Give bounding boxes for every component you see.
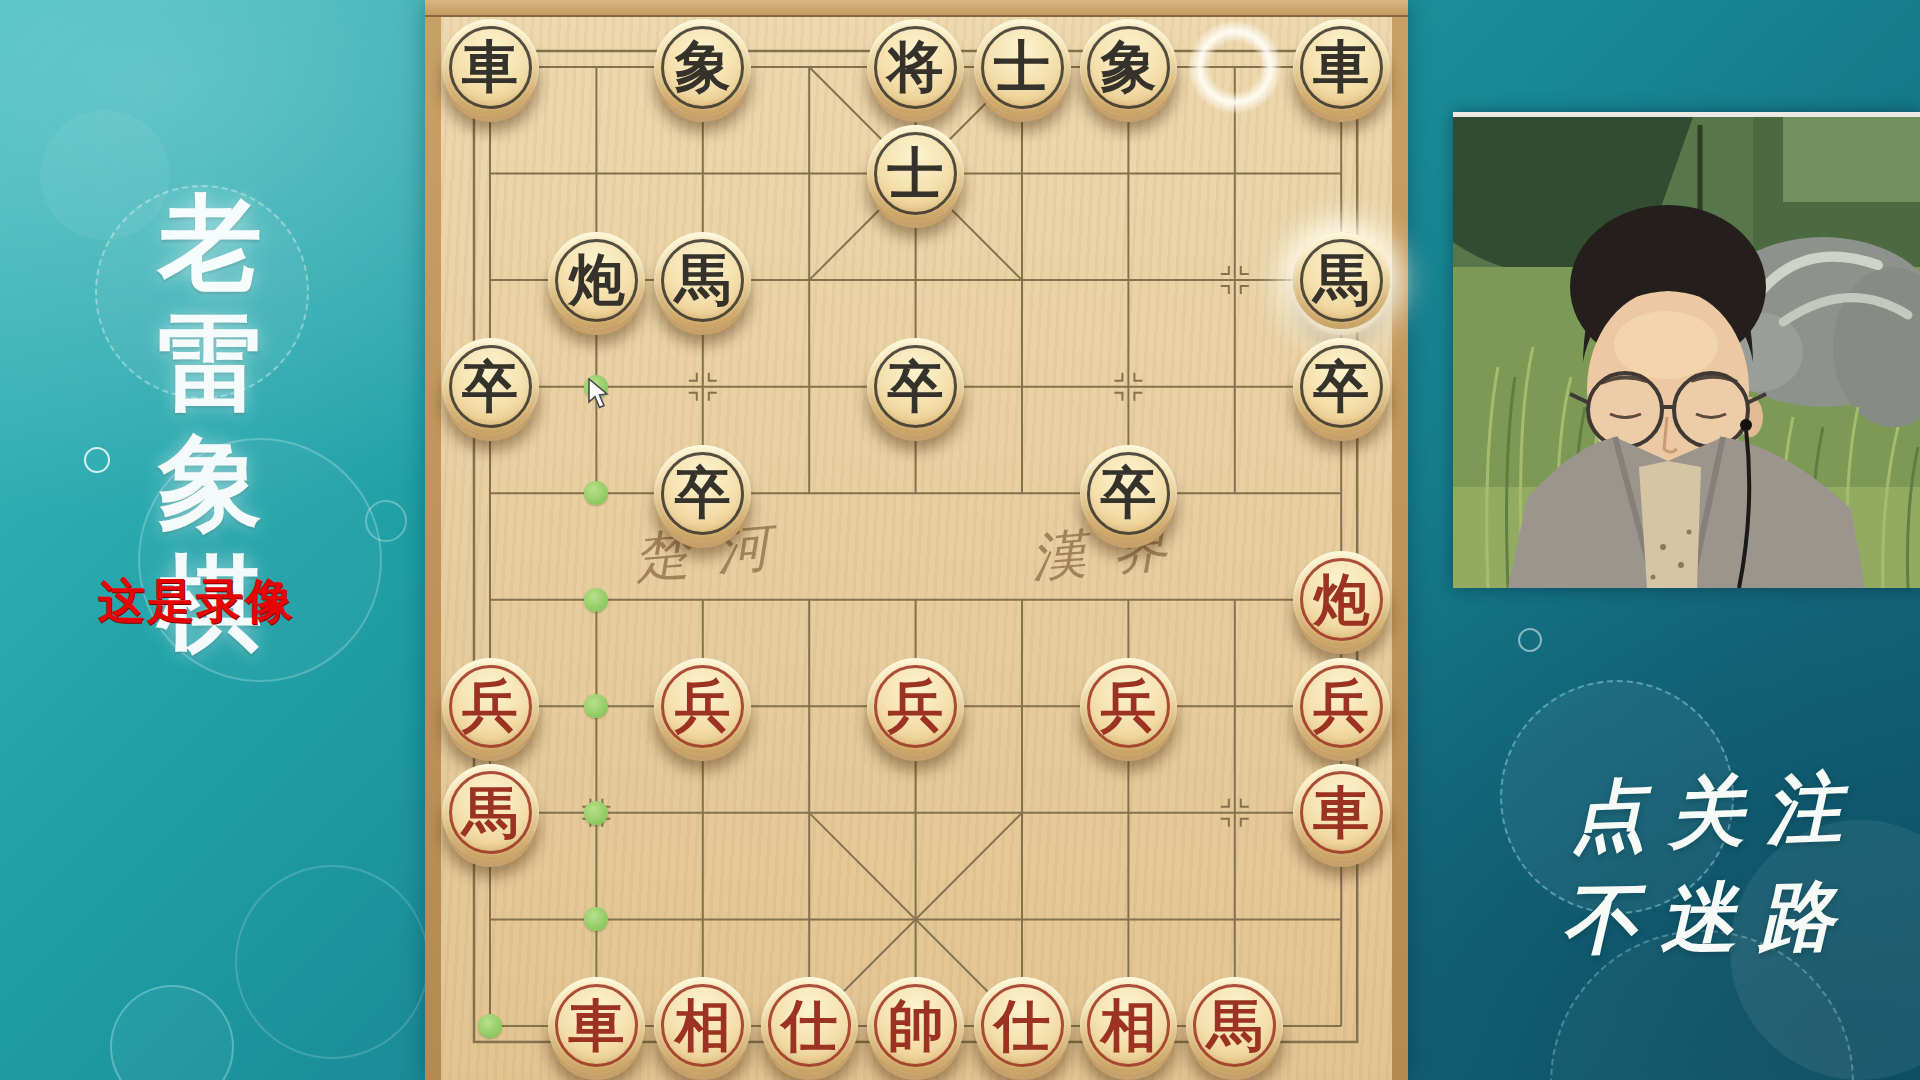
deco-circle <box>1518 628 1542 652</box>
deco-circle <box>365 500 407 542</box>
deco-circle <box>110 985 234 1080</box>
river-text-right: 漢界 <box>1030 508 1205 595</box>
slogan-line1: 点关注 <box>1568 757 1865 870</box>
deco-circle <box>235 865 429 1059</box>
channel-title-char: 雷 <box>158 310 262 416</box>
board-grid <box>425 0 1408 1080</box>
webcam-video <box>1453 112 1920 588</box>
mouse-cursor <box>588 378 614 410</box>
stream-background: 老 雷 象 棋 这是录像 楚河 漢界 車象将士象車士炮馬馬卒卒卒卒卒炮兵兵兵兵兵… <box>0 0 1920 1080</box>
channel-title-char: 老 <box>158 190 262 296</box>
river-text-left: 楚河 <box>633 508 808 595</box>
recording-note: 这是录像 <box>98 570 294 633</box>
deco-circle <box>84 447 110 473</box>
xiangqi-board[interactable]: 楚河 漢界 <box>425 0 1408 1080</box>
slogan-line2: 不迷路 <box>1561 865 1857 973</box>
channel-title-char: 象 <box>158 430 262 536</box>
